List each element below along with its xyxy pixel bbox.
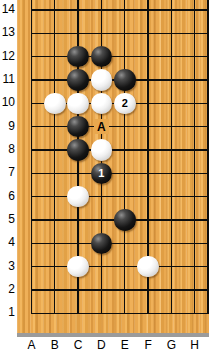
board-cut-edge-line xyxy=(207,0,209,314)
stone-move-number: 1 xyxy=(98,168,104,179)
stone-black-d12[interactable] xyxy=(91,46,113,68)
column-label-d: D xyxy=(91,338,111,352)
row-label-10: 10 xyxy=(0,95,15,109)
stone-white-e10[interactable]: 2 xyxy=(114,93,136,115)
stone-black-d4[interactable] xyxy=(91,233,113,255)
stone-black-d7[interactable]: 1 xyxy=(91,163,113,185)
stone-white-f3[interactable] xyxy=(137,256,159,278)
grid-line-horizontal xyxy=(31,313,209,314)
column-label-h: H xyxy=(185,338,205,352)
grid-line-horizontal xyxy=(31,149,209,150)
stone-black-c12[interactable] xyxy=(67,46,89,68)
stone-move-number: 2 xyxy=(122,98,128,109)
grid-line-horizontal xyxy=(31,266,209,267)
stone-white-c6[interactable] xyxy=(67,186,89,208)
stone-black-c11[interactable] xyxy=(67,69,89,91)
column-label-a: A xyxy=(21,338,41,352)
row-label-3: 3 xyxy=(0,259,15,273)
grid-line-horizontal xyxy=(31,33,209,34)
point-label-d9[interactable]: A xyxy=(94,119,109,134)
stone-white-b10[interactable] xyxy=(44,93,66,115)
column-label-g: G xyxy=(161,338,181,352)
row-label-1: 1 xyxy=(0,305,15,319)
grid-line-horizontal xyxy=(31,173,209,174)
stone-white-c3[interactable] xyxy=(67,256,89,278)
row-label-14: 14 xyxy=(0,2,15,16)
grid-line-horizontal xyxy=(31,243,209,244)
grid-line-horizontal xyxy=(31,9,209,10)
go-board[interactable]: 21A xyxy=(17,0,209,333)
row-label-11: 11 xyxy=(0,72,15,86)
row-label-4: 4 xyxy=(0,235,15,249)
column-label-b: B xyxy=(45,338,65,352)
row-label-9: 9 xyxy=(0,119,15,133)
row-label-8: 8 xyxy=(0,142,15,156)
stone-white-d10[interactable] xyxy=(91,93,113,115)
board-bottom-shadow xyxy=(17,333,209,337)
column-label-c: C xyxy=(68,338,88,352)
row-label-2: 2 xyxy=(0,282,15,296)
row-label-7: 7 xyxy=(0,165,15,179)
stone-white-c10[interactable] xyxy=(67,93,89,115)
stone-black-c8[interactable] xyxy=(67,139,89,161)
grid-line-horizontal xyxy=(31,56,209,57)
stone-white-d11[interactable] xyxy=(91,69,113,91)
stone-black-e5[interactable] xyxy=(114,209,136,231)
grid-line-horizontal xyxy=(31,126,209,127)
go-diagram: 21A 1413121110987654321 ABCDEFGH xyxy=(0,0,209,356)
row-label-5: 5 xyxy=(0,212,15,226)
column-label-e: E xyxy=(115,338,135,352)
row-label-12: 12 xyxy=(0,49,15,63)
stone-black-e11[interactable] xyxy=(114,69,136,91)
stone-black-c9[interactable] xyxy=(67,116,89,138)
row-label-6: 6 xyxy=(0,189,15,203)
row-label-13: 13 xyxy=(0,25,15,39)
grid-line-horizontal xyxy=(31,289,209,290)
grid-line-horizontal xyxy=(31,196,209,197)
column-label-f: F xyxy=(138,338,158,352)
stone-white-d8[interactable] xyxy=(91,139,113,161)
